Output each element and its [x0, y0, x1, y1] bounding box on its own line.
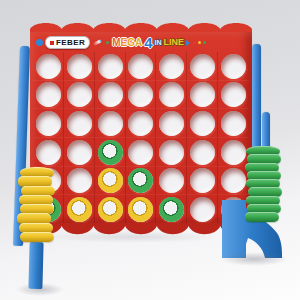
hole — [67, 140, 92, 165]
hole — [98, 197, 123, 222]
hole — [128, 168, 153, 193]
hole — [128, 111, 153, 136]
board-cell-r4c7[interactable] — [218, 138, 249, 167]
board-cell-r2c3[interactable] — [95, 81, 126, 110]
board-cell-r2c5[interactable] — [156, 81, 187, 110]
green-disc — [159, 197, 184, 222]
photo-stage: FEBER MEGA 4 IN LINE — [0, 0, 300, 300]
hole — [221, 140, 246, 165]
board-cell-r5c5[interactable] — [156, 167, 187, 196]
confetti-icon — [193, 41, 196, 44]
right-leg-shadow — [220, 252, 288, 266]
title-mega: MEGA — [112, 38, 142, 48]
left-spare-disc-stack — [19, 168, 53, 242]
title-line: LINE — [164, 38, 185, 47]
hole — [190, 111, 215, 136]
board-body: FEBER MEGA 4 IN LINE — [30, 32, 252, 224]
board-cell-r3c6[interactable] — [187, 109, 218, 138]
board-cell-r4c1[interactable] — [33, 138, 64, 167]
hole — [67, 197, 92, 222]
confetti-icon — [106, 41, 109, 44]
board-cell-r2c4[interactable] — [126, 81, 157, 110]
hole — [221, 54, 246, 79]
board-cell-r6c5[interactable] — [156, 195, 187, 224]
board-cell-r2c6[interactable] — [187, 81, 218, 110]
board-cell-r6c3[interactable] — [95, 195, 126, 224]
hole — [190, 197, 215, 222]
board-cell-r1c6[interactable] — [187, 52, 218, 81]
board-cell-r4c5[interactable] — [156, 138, 187, 167]
board-grid — [33, 52, 249, 224]
title-banner: FEBER MEGA 4 IN LINE — [33, 32, 249, 53]
board-cell-r2c7[interactable] — [218, 81, 249, 110]
spare-yellow-disc — [20, 232, 54, 242]
confetti-icon — [93, 39, 102, 46]
hole — [159, 140, 184, 165]
hole — [128, 82, 153, 107]
hole — [67, 168, 92, 193]
hole — [159, 82, 184, 107]
confetti-icon — [203, 41, 206, 44]
hole — [221, 111, 246, 136]
hole — [190, 168, 215, 193]
hole — [190, 82, 215, 107]
hole — [190, 140, 215, 165]
board-cell-r3c7[interactable] — [218, 109, 249, 138]
board-cell-r3c1[interactable] — [33, 109, 64, 138]
board-cell-r3c2[interactable] — [64, 109, 95, 138]
board-cell-r3c5[interactable] — [156, 109, 187, 138]
board-cell-r5c2[interactable] — [64, 167, 95, 196]
hole — [221, 168, 246, 193]
board-cell-r1c3[interactable] — [95, 52, 126, 81]
board-cell-r5c4[interactable] — [126, 167, 157, 196]
hole — [159, 168, 184, 193]
hole — [128, 140, 153, 165]
hole — [128, 54, 153, 79]
confetti-icon — [186, 40, 190, 46]
title-four: 4 — [144, 35, 152, 50]
spare-green-disc — [245, 212, 279, 221]
yellow-disc — [98, 168, 123, 193]
hole — [36, 140, 61, 165]
hole — [190, 54, 215, 79]
hole — [36, 54, 61, 79]
board-cell-r1c5[interactable] — [156, 52, 187, 81]
yellow-disc — [128, 197, 153, 222]
hole — [128, 197, 153, 222]
yellow-disc — [67, 197, 92, 222]
brand-text: FEBER — [56, 39, 85, 47]
board-cell-r2c2[interactable] — [64, 81, 95, 110]
title-in: IN — [155, 39, 162, 46]
left-leg — [28, 242, 43, 289]
hole — [67, 54, 92, 79]
board-cell-r4c2[interactable] — [64, 138, 95, 167]
board-cell-r6c2[interactable] — [64, 195, 95, 224]
hole — [159, 197, 184, 222]
board-cell-r4c4[interactable] — [126, 138, 157, 167]
board-cell-r3c3[interactable] — [95, 109, 126, 138]
yellow-disc — [98, 197, 123, 222]
hole — [36, 82, 61, 107]
feber-logo: FEBER — [45, 36, 90, 49]
green-disc — [98, 140, 123, 165]
green-disc — [128, 168, 153, 193]
blue-dot-icon — [36, 39, 43, 46]
confetti-icon — [198, 41, 201, 44]
logo-red-square-icon — [50, 41, 54, 45]
board-cell-r5c7[interactable] — [218, 167, 249, 196]
board-cell-r2c1[interactable] — [33, 81, 64, 110]
board-cell-r4c3[interactable] — [95, 138, 126, 167]
hole — [98, 168, 123, 193]
board-cell-r5c3[interactable] — [95, 167, 126, 196]
hole — [67, 82, 92, 107]
hole — [36, 111, 61, 136]
board-cell-r1c4[interactable] — [126, 52, 157, 81]
hole — [98, 82, 123, 107]
board-cell-r4c6[interactable] — [187, 138, 218, 167]
board-cell-r1c2[interactable] — [64, 52, 95, 81]
board-cell-r3c4[interactable] — [126, 109, 157, 138]
board-cell-r6c4[interactable] — [126, 195, 157, 224]
hole — [159, 111, 184, 136]
right-spare-disc-stack — [246, 147, 280, 222]
hole — [159, 54, 184, 79]
hole — [98, 54, 123, 79]
hole — [98, 140, 123, 165]
board-cell-r1c1[interactable] — [33, 52, 64, 81]
board-cell-r1c7[interactable] — [218, 52, 249, 81]
hole — [98, 111, 123, 136]
hole — [221, 82, 246, 107]
board-cell-r5c6[interactable] — [187, 167, 218, 196]
board-cell-r6c6[interactable] — [187, 195, 218, 224]
hole — [67, 111, 92, 136]
